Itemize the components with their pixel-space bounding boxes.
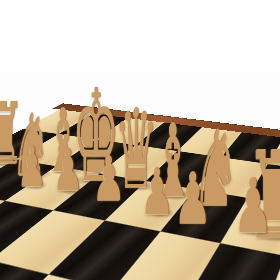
piece-pawn-f2[interactable]: ♟ — [53, 150, 84, 192]
piece-pawn-c2[interactable]: ♟ — [174, 173, 212, 225]
piece-pawn-b2[interactable]: ♟ — [233, 179, 274, 234]
chess-product-photo: ♜♞♝♚♛♝♞♜♟♟♟♟♟♟ — [0, 0, 280, 280]
pieces-layer: ♜♞♝♚♛♝♞♜♟♟♟♟♟♟ — [0, 0, 280, 280]
piece-pawn-g2[interactable]: ♟ — [17, 147, 46, 187]
piece-pawn-e2[interactable]: ♟ — [92, 157, 125, 202]
piece-pawn-d2[interactable]: ♟ — [140, 168, 175, 215]
